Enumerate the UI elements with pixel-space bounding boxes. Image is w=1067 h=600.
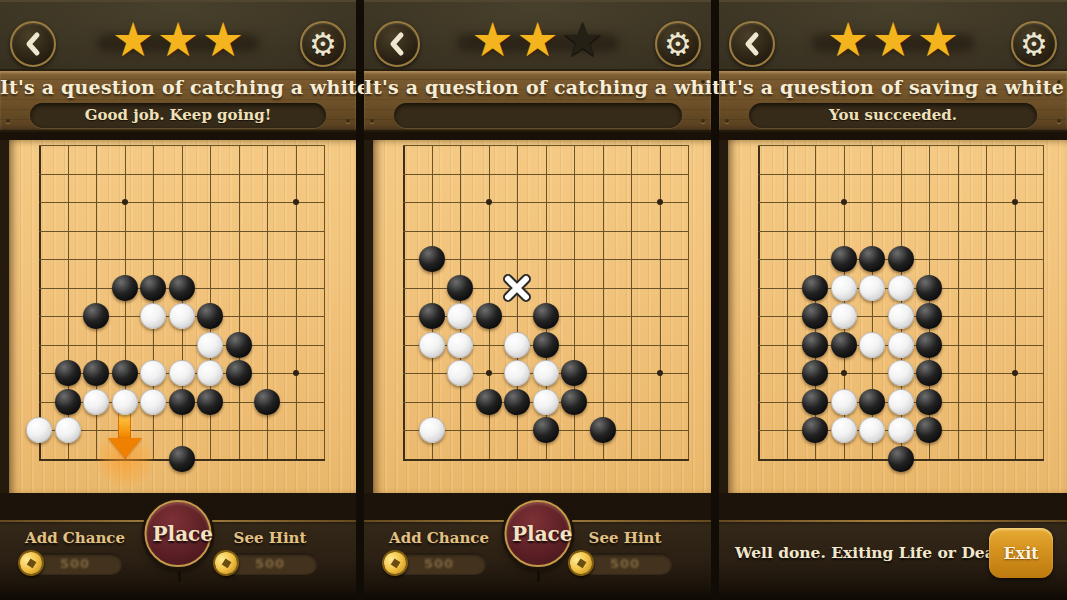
- stone-black: [476, 303, 502, 329]
- hoshi-point: [293, 370, 299, 376]
- stone-white: [504, 332, 530, 358]
- panel-level-2: ★★★ ⚙ It's a question of catching a whit…: [364, 0, 711, 600]
- board-line: [39, 231, 325, 232]
- stone-white: [55, 417, 81, 443]
- title-plank: It's a question of saving a white stone.…: [719, 69, 1067, 132]
- stone-black: [561, 360, 587, 386]
- title-plank: It's a question of catching a white ston…: [0, 69, 356, 132]
- add-chance-cost: 500: [28, 553, 122, 574]
- board-line: [403, 174, 689, 175]
- board-grid[interactable]: [403, 145, 688, 459]
- title-plank: It's a question of catching a white ston…: [364, 69, 711, 132]
- stone-white: [831, 303, 857, 329]
- nail-icon: [701, 80, 705, 84]
- stone-black: [802, 275, 828, 301]
- stone-black: [916, 360, 942, 386]
- status-banner: You succeeded.: [749, 103, 1038, 128]
- settings-button[interactable]: ⚙: [655, 21, 701, 67]
- star-filled-icon: ★: [826, 14, 871, 66]
- stone-white: [831, 389, 857, 415]
- stone-black: [888, 246, 914, 272]
- stone-white: [447, 360, 473, 386]
- place-button[interactable]: Place: [504, 500, 571, 567]
- hint-arrow-icon: [108, 413, 142, 458]
- board-line: [758, 174, 1044, 175]
- see-hint-cost: 500: [578, 553, 672, 574]
- star-filled-icon: ★: [156, 14, 201, 66]
- board-line: [39, 174, 325, 175]
- puzzle-title: It's a question of catching a white ston…: [0, 76, 356, 98]
- star-filled-icon: ★: [515, 14, 560, 66]
- hoshi-point: [486, 199, 492, 205]
- nail-icon: [346, 119, 350, 123]
- screen: ★★★ ⚙ It's a question of catching a whit…: [0, 0, 1067, 600]
- board-line: [986, 145, 987, 460]
- go-board[interactable]: [373, 140, 711, 493]
- nail-icon: [725, 80, 729, 84]
- back-button[interactable]: [729, 21, 775, 67]
- stone-black: [112, 360, 138, 386]
- stone-black: [859, 389, 885, 415]
- board-line: [39, 430, 325, 431]
- stone-white: [533, 360, 559, 386]
- stone-black: [533, 303, 559, 329]
- board-grid[interactable]: [39, 145, 324, 459]
- stone-black: [419, 246, 445, 272]
- hoshi-point: [841, 199, 847, 205]
- stone-white: [831, 417, 857, 443]
- x-marker-icon: [502, 273, 532, 303]
- stone-white: [447, 332, 473, 358]
- board-line: [787, 145, 788, 460]
- back-button[interactable]: [10, 21, 56, 67]
- board-line: [403, 459, 689, 461]
- stone-white: [83, 389, 109, 415]
- hoshi-point: [1012, 199, 1018, 205]
- left-chevron-icon: [22, 31, 44, 57]
- control-bar: Add Chance 500 Place See Hint 500: [364, 493, 711, 600]
- status-banner: [394, 103, 682, 128]
- nail-icon: [725, 119, 729, 123]
- stone-black: [504, 389, 530, 415]
- stone-black: [169, 446, 195, 472]
- board-line: [403, 231, 689, 232]
- nail-icon: [370, 119, 374, 123]
- stone-black: [802, 332, 828, 358]
- see-hint-label: See Hint: [563, 529, 687, 547]
- control-bar: Well done. Exiting Life or Death. Exit: [719, 493, 1067, 600]
- stone-black: [83, 303, 109, 329]
- stone-black: [226, 332, 252, 358]
- see-hint-control: See Hint 500: [208, 529, 332, 574]
- see-hint-cost: 500: [223, 553, 317, 574]
- divider: [719, 520, 1067, 522]
- settings-button[interactable]: ⚙: [1011, 21, 1057, 67]
- go-board[interactable]: [728, 140, 1067, 493]
- stone-black: [83, 360, 109, 386]
- stone-white: [447, 303, 473, 329]
- stone-white: [888, 303, 914, 329]
- stone-black: [831, 246, 857, 272]
- stone-black: [831, 332, 857, 358]
- add-chance-label: Add Chance: [13, 529, 137, 547]
- stone-black: [859, 246, 885, 272]
- stone-black: [916, 389, 942, 415]
- stone-white: [888, 360, 914, 386]
- settings-button[interactable]: ⚙: [300, 21, 346, 67]
- top-bar: ★★★ ⚙: [0, 0, 356, 69]
- hoshi-point: [841, 370, 847, 376]
- board-grid[interactable]: [758, 145, 1043, 459]
- stone-white: [140, 389, 166, 415]
- stone-black: [140, 275, 166, 301]
- board-line: [403, 288, 689, 289]
- board-line: [688, 145, 689, 460]
- stone-black: [802, 303, 828, 329]
- control-bar: Add Chance 500 Place See Hint 500: [0, 493, 356, 600]
- hoshi-point: [657, 199, 663, 205]
- puzzle-title: It's a question of saving a white stone.: [719, 76, 1067, 98]
- stone-black: [112, 275, 138, 301]
- star-rating: ★★★: [826, 14, 961, 66]
- stone-white: [859, 332, 885, 358]
- board-line: [603, 145, 604, 460]
- stone-white: [831, 275, 857, 301]
- stone-black: [476, 389, 502, 415]
- board-line: [296, 145, 297, 460]
- stone-black: [55, 389, 81, 415]
- board-line: [403, 259, 689, 260]
- top-bar: ★★★ ⚙: [719, 0, 1067, 69]
- stone-white: [859, 417, 885, 443]
- board-line: [324, 145, 325, 460]
- star-filled-icon: ★: [871, 14, 916, 66]
- nail-icon: [6, 119, 10, 123]
- stone-black: [169, 275, 195, 301]
- board-section: [364, 140, 711, 493]
- board-line: [403, 202, 689, 203]
- stone-white: [504, 360, 530, 386]
- stone-white: [197, 360, 223, 386]
- board-line: [403, 145, 405, 460]
- star-filled-icon: ★: [470, 14, 515, 66]
- add-chance-button[interactable]: 500: [392, 553, 486, 574]
- hoshi-point: [486, 370, 492, 376]
- stone-black: [254, 389, 280, 415]
- stone-black: [197, 389, 223, 415]
- stone-black: [590, 417, 616, 443]
- stone-white: [112, 389, 138, 415]
- stone-white: [169, 360, 195, 386]
- stone-black: [916, 332, 942, 358]
- stone-white: [888, 389, 914, 415]
- board-line: [239, 145, 240, 460]
- stone-white: [888, 332, 914, 358]
- board-section: [719, 140, 1067, 493]
- stone-black: [447, 275, 473, 301]
- stone-white: [140, 303, 166, 329]
- board-line: [39, 202, 325, 203]
- board-line: [660, 145, 661, 460]
- gear-icon: ⚙: [664, 29, 692, 60]
- board-line: [39, 345, 325, 346]
- add-chance-label: Add Chance: [377, 529, 501, 547]
- gear-icon: ⚙: [1020, 29, 1048, 60]
- panel-level-1: ★★★ ⚙ It's a question of catching a whit…: [0, 0, 356, 600]
- board-line: [631, 145, 632, 460]
- stone-black: [802, 417, 828, 443]
- divider: [719, 132, 1067, 140]
- board-line: [758, 145, 1044, 146]
- stone-black: [916, 417, 942, 443]
- stone-black: [561, 389, 587, 415]
- star-filled-icon: ★: [201, 14, 246, 66]
- board-line: [1015, 145, 1016, 460]
- stone-white: [533, 389, 559, 415]
- hoshi-point: [657, 370, 663, 376]
- divider: [364, 132, 711, 140]
- stone-black: [888, 446, 914, 472]
- star-filled-icon: ★: [916, 14, 961, 66]
- see-hint-button[interactable]: 500: [578, 553, 672, 574]
- nail-icon: [1057, 119, 1061, 123]
- stone-white: [859, 275, 885, 301]
- star-empty-icon: ★: [560, 14, 605, 66]
- stone-white: [888, 417, 914, 443]
- back-button[interactable]: [374, 21, 420, 67]
- stone-black: [916, 303, 942, 329]
- stone-black: [916, 275, 942, 301]
- board-line: [958, 145, 959, 460]
- see-hint-control: See Hint 500: [563, 529, 687, 574]
- board-section: [0, 140, 356, 493]
- puzzle-title: It's a question of catching a white ston…: [364, 76, 711, 98]
- stone-black: [802, 360, 828, 386]
- hoshi-point: [1012, 370, 1018, 376]
- stone-white: [169, 303, 195, 329]
- left-chevron-icon: [741, 31, 763, 57]
- star-rating: ★★★: [470, 14, 605, 66]
- top-bar: ★★★ ⚙: [364, 0, 711, 69]
- panel-level-3: ★★★ ⚙ It's a question of saving a white …: [719, 0, 1067, 600]
- board-line: [39, 145, 325, 146]
- hoshi-point: [122, 199, 128, 205]
- stone-black: [802, 389, 828, 415]
- stone-black: [226, 360, 252, 386]
- star-rating: ★★★: [111, 14, 246, 66]
- status-banner: Good job. Keep going!: [30, 103, 325, 128]
- place-button[interactable]: Place: [145, 500, 212, 567]
- stone-black: [419, 303, 445, 329]
- nail-icon: [701, 119, 705, 123]
- stone-white: [419, 417, 445, 443]
- add-chance-cost: 500: [392, 553, 486, 574]
- add-chance-control: Add Chance 500: [377, 529, 501, 574]
- stone-black: [533, 417, 559, 443]
- stone-white: [197, 332, 223, 358]
- stone-white: [419, 332, 445, 358]
- stone-white: [26, 417, 52, 443]
- board-line: [39, 259, 325, 260]
- add-chance-button[interactable]: 500: [28, 553, 122, 574]
- board-line: [758, 231, 1044, 232]
- stone-black: [533, 332, 559, 358]
- see-hint-button[interactable]: 500: [223, 553, 317, 574]
- board-line: [39, 145, 41, 460]
- nail-icon: [1057, 80, 1061, 84]
- stone-black: [197, 303, 223, 329]
- go-board[interactable]: [9, 140, 356, 493]
- result-message: Well done. Exiting Life or Death.: [735, 543, 983, 562]
- gear-icon: ⚙: [309, 29, 337, 60]
- star-filled-icon: ★: [111, 14, 156, 66]
- board-line: [1043, 145, 1044, 460]
- add-chance-control: Add Chance 500: [13, 529, 137, 574]
- stone-white: [888, 275, 914, 301]
- exit-button[interactable]: Exit: [989, 528, 1053, 578]
- left-chevron-icon: [386, 31, 408, 57]
- board-line: [758, 202, 1044, 203]
- see-hint-label: See Hint: [208, 529, 332, 547]
- stone-black: [169, 389, 195, 415]
- stone-black: [55, 360, 81, 386]
- hoshi-point: [293, 199, 299, 205]
- divider: [0, 132, 356, 140]
- board-line: [403, 145, 689, 146]
- nail-icon: [346, 80, 350, 84]
- nail-icon: [6, 80, 10, 84]
- stone-white: [140, 360, 166, 386]
- board-line: [758, 145, 760, 460]
- nail-icon: [370, 80, 374, 84]
